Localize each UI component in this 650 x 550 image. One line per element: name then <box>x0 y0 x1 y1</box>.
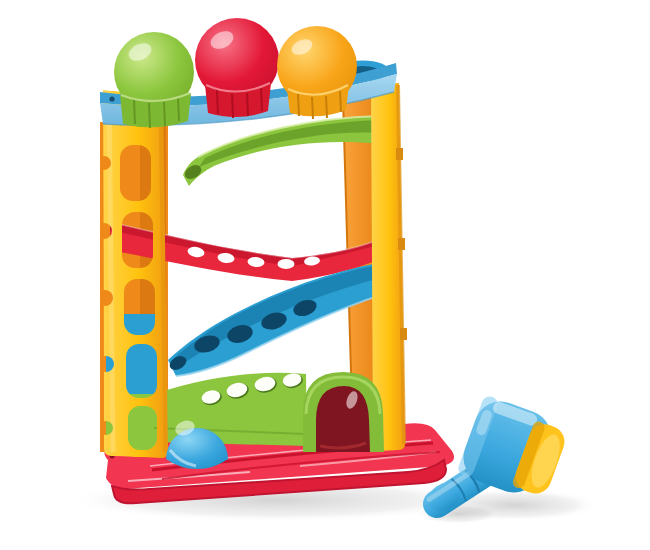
front-left-post <box>103 90 168 458</box>
front-left-post-shade <box>162 97 167 452</box>
post-notch-1 <box>396 148 403 160</box>
balls-on-top <box>114 18 357 128</box>
red-ball-station <box>195 18 279 118</box>
post-notch-2 <box>398 238 405 250</box>
toy-illustration <box>0 0 650 550</box>
tunnel-arch-interior <box>316 386 370 452</box>
post-notch-3 <box>400 328 407 340</box>
product-photo-canvas <box>0 0 650 550</box>
red-ramp-hole-4 <box>278 259 295 269</box>
tray-screw-hole <box>109 96 114 101</box>
green-ball-station <box>114 32 194 128</box>
